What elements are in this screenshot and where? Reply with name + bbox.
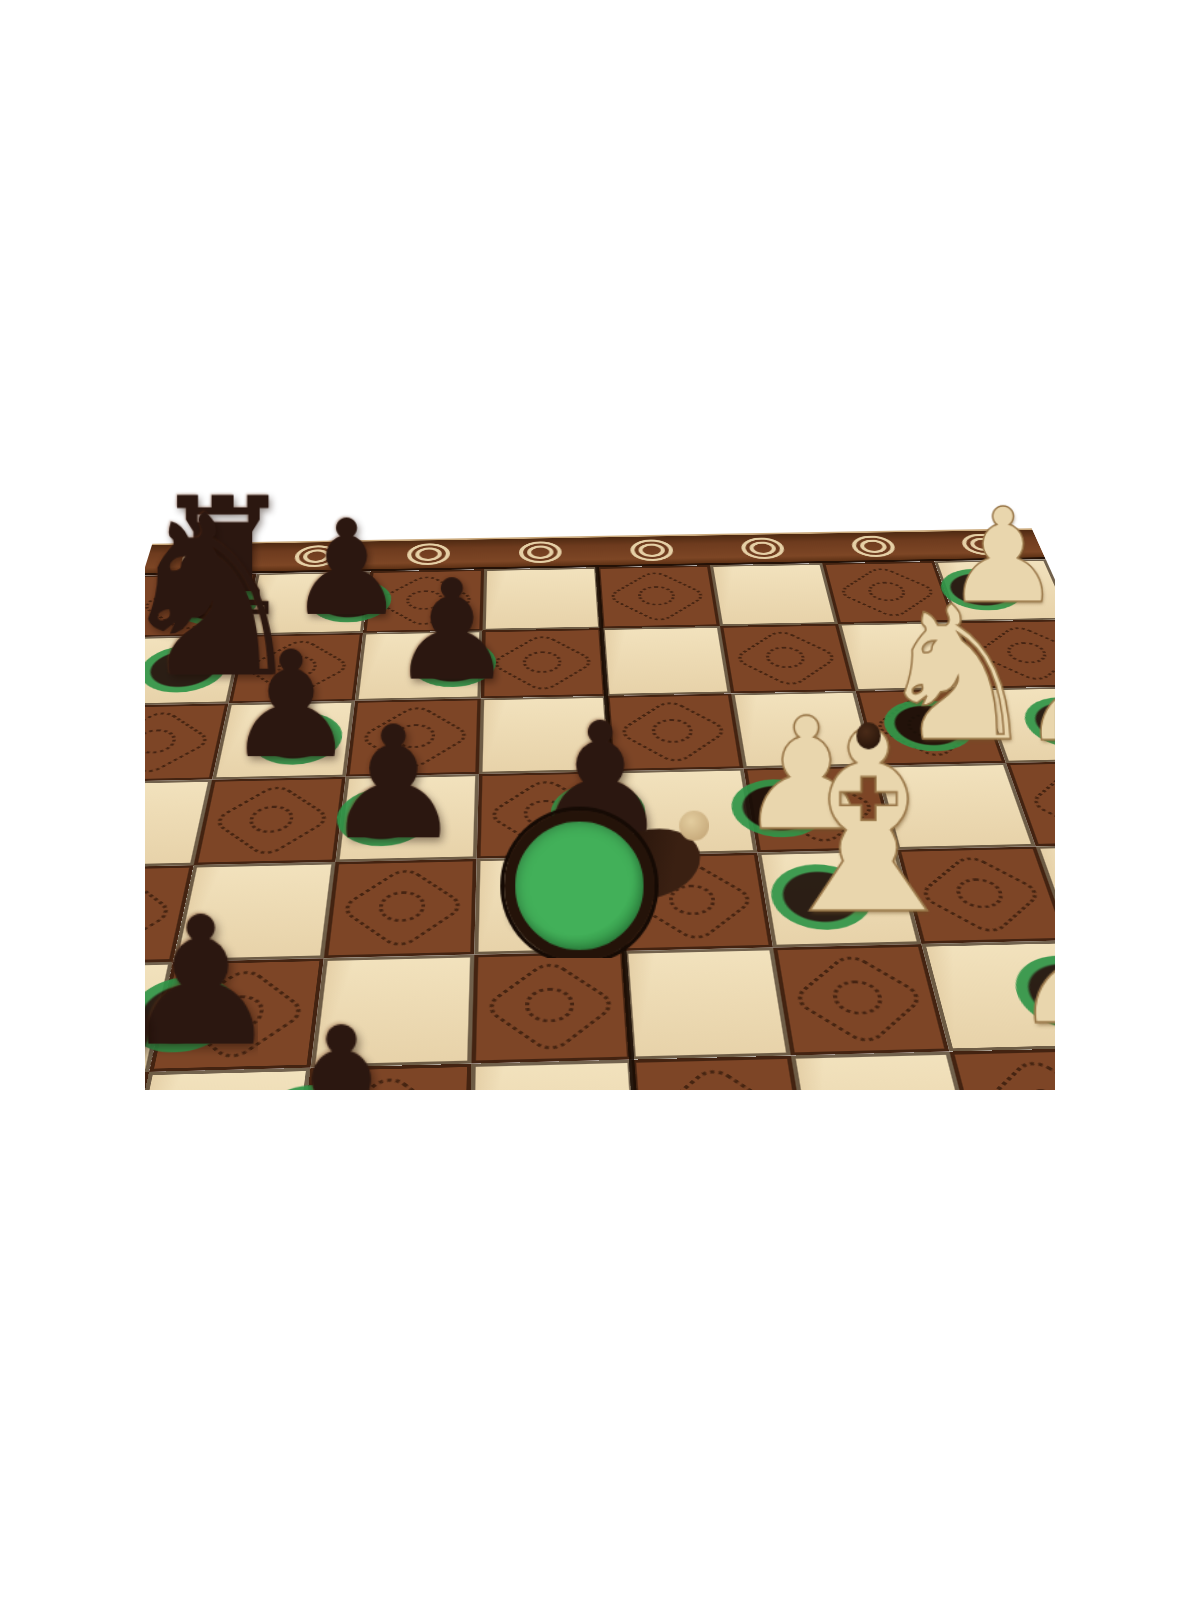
square-c4 — [624, 948, 791, 1060]
pawn-glyph: ♟ — [256, 1009, 427, 1090]
square-b4 — [632, 1056, 812, 1090]
square-b8: ♝ — [145, 1072, 149, 1090]
square-e6: ♟ — [335, 774, 478, 862]
pawn-glyph: ♟ — [390, 566, 515, 698]
square-b6: ♟ — [295, 1064, 471, 1090]
border-circle-ornament — [519, 541, 562, 563]
dark-finial-dot — [856, 722, 880, 749]
square-g4 — [601, 626, 731, 696]
fallen-black-bishop-d5 — [493, 781, 624, 959]
square-c5 — [471, 951, 631, 1064]
white-bishop-d3: ♝ — [756, 706, 921, 944]
pawn-glyph: ♟ — [323, 711, 463, 859]
square-h3 — [710, 563, 838, 626]
border-circle-ornament — [849, 535, 898, 557]
bishop-glyph: ♝ — [145, 922, 233, 1090]
square-d6 — [324, 859, 477, 958]
square-g6: ♟ — [355, 631, 483, 701]
bishop-glyph: ♝ — [756, 706, 980, 944]
square-c3 — [773, 944, 949, 1056]
square-b5 — [468, 1060, 640, 1090]
square-d5 — [474, 856, 624, 955]
black-pawn-e6: ♟ — [310, 711, 476, 859]
black-pawn-g6: ♟ — [390, 566, 481, 698]
chess-board-plane: ♜♟♟♞♟♟♞♟♟♟♟♟♝♟♟♝♟♟ — [145, 528, 1055, 1090]
white-pawn-c2: ♟ — [1009, 880, 1055, 1047]
pawn-glyph: ♟ — [1009, 880, 1055, 1047]
border-circle-ornament — [739, 537, 786, 559]
black-pawn-b6: ♟ — [214, 1009, 468, 1090]
black-knight-g8: ♞ — [145, 491, 229, 703]
chess-set-photo: ♜♟♟♞♟♟♞♟♟♟♟♟♝♟♟♝♟♟ — [145, 480, 1055, 1090]
border-circle-ornament — [629, 539, 674, 561]
square-d3: ♝ — [757, 849, 921, 947]
square-h4 — [597, 565, 720, 628]
chess-board-grid: ♜♟♟♞♟♟♞♟♟♟♟♟♝♟♟♝♟♟ — [145, 559, 1055, 1090]
square-b2 — [949, 1048, 1055, 1090]
green-felt-base — [504, 811, 654, 961]
fallen-bishop-light-finial — [679, 811, 709, 841]
